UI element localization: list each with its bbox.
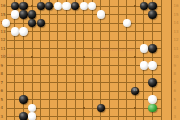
stone-black[interactable] [71, 2, 79, 10]
stone-black[interactable] [148, 44, 156, 52]
stone-white[interactable] [54, 2, 62, 10]
row-coordinate-right: 5 [174, 98, 177, 102]
board-frame-right [171, 0, 172, 120]
stone-white[interactable] [28, 112, 36, 120]
grid-line-vertical [135, 0, 136, 120]
row-coordinate-left: 15 [1, 13, 6, 17]
row-coordinate-right: 11 [174, 47, 179, 51]
star-point [31, 5, 33, 7]
stone-black[interactable] [19, 10, 27, 18]
grid-line-horizontal [6, 40, 162, 41]
row-coordinate-right: 13 [174, 30, 179, 34]
stone-white[interactable] [62, 2, 70, 10]
grid-line-vertical [143, 0, 144, 120]
grid-line-horizontal [6, 48, 162, 49]
row-coordinate-left: 4 [1, 106, 4, 110]
row-coordinate-left: 8 [1, 72, 4, 76]
row-coordinate-left: 5 [1, 98, 4, 102]
grid-line-vertical [66, 0, 67, 120]
stone-black[interactable] [140, 2, 148, 10]
star-point [83, 56, 85, 58]
row-coordinate-left: 10 [1, 55, 6, 59]
row-coordinate-left: 16 [1, 4, 6, 8]
grid-line-vertical [109, 0, 110, 120]
stone-black[interactable] [28, 19, 36, 27]
stone-green-last-move[interactable] [148, 104, 156, 112]
star-point [134, 5, 136, 7]
stone-white[interactable] [2, 19, 10, 27]
go-board[interactable]: 101weiqi www.101weiqi.com 16151413121110… [0, 0, 180, 120]
stone-black[interactable] [19, 2, 27, 10]
stone-white[interactable] [88, 2, 96, 10]
grid-line-vertical [83, 0, 84, 120]
stone-black[interactable] [148, 10, 156, 18]
stone-white[interactable] [28, 104, 36, 112]
stone-black[interactable] [11, 2, 19, 10]
stone-white[interactable] [148, 95, 156, 103]
row-coordinate-left: 13 [1, 30, 6, 34]
stone-black[interactable] [19, 95, 27, 103]
grid-line-vertical [118, 0, 119, 120]
stone-black[interactable] [45, 2, 53, 10]
row-coordinate-right: 9 [174, 64, 177, 68]
stone-white[interactable] [11, 27, 19, 35]
move-number-label: 73 [133, 89, 137, 92]
stone-black[interactable] [97, 104, 105, 112]
go-board-screenshot: 101weiqi www.101weiqi.com 16151413121110… [0, 0, 180, 120]
grid-line-vertical [75, 0, 76, 120]
row-coordinate-right: 8 [174, 72, 177, 76]
row-coordinate-right: 10 [174, 55, 179, 59]
stone-white[interactable] [140, 61, 148, 69]
row-coordinate-right: 16 [174, 4, 179, 8]
row-coordinate-left: 7 [1, 81, 4, 85]
row-coordinate-left: 3 [1, 115, 4, 119]
star-point [31, 56, 33, 58]
stone-black[interactable] [19, 112, 27, 120]
row-coordinate-right: 15 [174, 13, 179, 17]
stone-white[interactable] [80, 2, 88, 10]
grid-line-horizontal [6, 82, 162, 83]
stone-white[interactable] [19, 27, 27, 35]
grid-line-vertical [161, 0, 162, 120]
grid-line-vertical [57, 0, 58, 120]
row-coordinate-right: 7 [174, 81, 177, 85]
grid-line-horizontal [6, 65, 162, 66]
stone-black[interactable]: 73 [131, 87, 139, 95]
stone-white[interactable] [11, 10, 19, 18]
row-coordinate-right: 12 [174, 38, 179, 42]
row-coordinate-left: 12 [1, 38, 6, 42]
star-point [83, 107, 85, 109]
row-coordinate-left: 11 [1, 47, 6, 51]
stone-black[interactable] [148, 2, 156, 10]
star-point [134, 56, 136, 58]
row-coordinate-left: 9 [1, 64, 4, 68]
stone-black[interactable] [148, 78, 156, 86]
grid-line-vertical [49, 0, 50, 120]
stone-black[interactable] [37, 2, 45, 10]
row-coordinate-right: 3 [174, 115, 177, 119]
grid-line-horizontal [6, 31, 162, 32]
stone-black[interactable] [28, 10, 36, 18]
stone-white[interactable] [148, 61, 156, 69]
row-coordinate-right: 4 [174, 106, 177, 110]
stone-white[interactable] [123, 19, 131, 27]
row-coordinate-left: 6 [1, 89, 4, 93]
grid-line-horizontal [6, 74, 162, 75]
row-coordinate-right: 14 [174, 21, 179, 25]
grid-line-horizontal [6, 99, 162, 100]
grid-line-vertical [92, 0, 93, 120]
row-coordinate-right: 6 [174, 89, 177, 93]
star-point [134, 107, 136, 109]
stone-white[interactable] [140, 44, 148, 52]
stone-black[interactable] [37, 19, 45, 27]
stone-white[interactable] [97, 10, 105, 18]
